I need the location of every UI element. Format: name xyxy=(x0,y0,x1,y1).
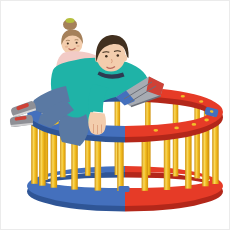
boy-brow xyxy=(114,51,121,52)
rung xyxy=(194,100,200,178)
boy-eye xyxy=(117,54,120,57)
cap-dot xyxy=(199,100,203,103)
girl-cheek xyxy=(76,45,79,47)
tab-bottom-junction xyxy=(119,186,130,192)
cap-dot xyxy=(181,95,185,98)
cap-dot xyxy=(192,123,197,126)
play-ring-scene: Two young children climbing on a circula… xyxy=(0,0,230,230)
cap-dot xyxy=(204,119,209,122)
girl-sneaker xyxy=(9,114,33,127)
cap-dot xyxy=(154,129,159,132)
girl-scrunchie xyxy=(66,18,75,23)
boy-eye xyxy=(105,55,108,58)
cap-dot xyxy=(174,127,179,130)
product-photo: Two young children climbing on a circula… xyxy=(0,0,230,230)
girl-eye xyxy=(76,42,78,44)
girl-cheek xyxy=(65,46,68,48)
girl-eye xyxy=(67,42,69,44)
